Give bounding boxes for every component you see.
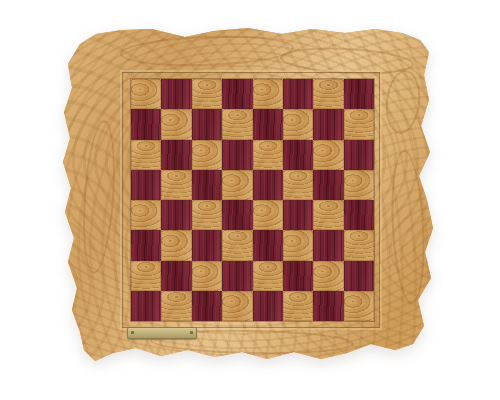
square-c6[interactable] [192, 140, 222, 170]
wood-grain-swirl [383, 68, 424, 135]
square-e4[interactable] [253, 200, 283, 230]
square-g6[interactable] [313, 140, 343, 170]
square-g3[interactable] [313, 230, 343, 260]
square-f3[interactable] [283, 230, 313, 260]
square-d7[interactable] [222, 109, 252, 139]
photo-background [0, 0, 500, 400]
square-g5[interactable] [313, 170, 343, 200]
square-e7[interactable] [253, 109, 283, 139]
square-a3[interactable] [131, 230, 161, 260]
square-e8[interactable] [253, 79, 283, 109]
square-d2[interactable] [222, 261, 252, 291]
brass-plaque [127, 327, 197, 339]
square-c5[interactable] [192, 170, 222, 200]
square-h1[interactable] [344, 291, 374, 321]
square-b7[interactable] [161, 109, 191, 139]
square-h7[interactable] [344, 109, 374, 139]
square-d6[interactable] [222, 140, 252, 170]
square-e2[interactable] [253, 261, 283, 291]
square-g2[interactable] [313, 261, 343, 291]
square-f2[interactable] [283, 261, 313, 291]
square-g8[interactable] [313, 79, 343, 109]
square-h4[interactable] [344, 200, 374, 230]
square-d1[interactable] [222, 291, 252, 321]
square-b4[interactable] [161, 200, 191, 230]
plaque-screw-icon [190, 331, 193, 334]
square-a8[interactable] [131, 79, 161, 109]
square-d3[interactable] [222, 230, 252, 260]
square-h3[interactable] [344, 230, 374, 260]
square-e1[interactable] [253, 291, 283, 321]
square-d8[interactable] [222, 79, 252, 109]
olive-wood-slab [0, 0, 500, 400]
square-g7[interactable] [313, 109, 343, 139]
square-f6[interactable] [283, 140, 313, 170]
square-b6[interactable] [161, 140, 191, 170]
square-h2[interactable] [344, 261, 374, 291]
square-d5[interactable] [222, 170, 252, 200]
square-b2[interactable] [161, 261, 191, 291]
square-a6[interactable] [131, 140, 161, 170]
board [130, 78, 375, 322]
square-a4[interactable] [131, 200, 161, 230]
board-slab-shadow [0, 0, 500, 400]
square-b1[interactable] [161, 291, 191, 321]
square-g4[interactable] [313, 200, 343, 230]
square-a2[interactable] [131, 261, 161, 291]
square-c8[interactable] [192, 79, 222, 109]
square-f8[interactable] [283, 79, 313, 109]
square-h6[interactable] [344, 140, 374, 170]
square-e5[interactable] [253, 170, 283, 200]
square-h8[interactable] [344, 79, 374, 109]
wood-grain-swirl [120, 33, 295, 69]
square-b8[interactable] [161, 79, 191, 109]
square-e3[interactable] [253, 230, 283, 260]
square-f1[interactable] [283, 291, 313, 321]
square-g1[interactable] [313, 291, 343, 321]
square-c7[interactable] [192, 109, 222, 139]
square-b5[interactable] [161, 170, 191, 200]
square-a7[interactable] [131, 109, 161, 139]
square-d4[interactable] [222, 200, 252, 230]
square-b3[interactable] [161, 230, 191, 260]
square-f4[interactable] [283, 200, 313, 230]
square-c1[interactable] [192, 291, 222, 321]
square-f7[interactable] [283, 109, 313, 139]
plaque-screw-icon [131, 331, 134, 334]
square-f5[interactable] [283, 170, 313, 200]
wood-grain-swirl [79, 119, 120, 275]
square-c2[interactable] [192, 261, 222, 291]
square-a5[interactable] [131, 170, 161, 200]
square-h5[interactable] [344, 170, 374, 200]
wood-grain-swirl [388, 149, 428, 304]
square-c3[interactable] [192, 230, 222, 260]
square-c4[interactable] [192, 200, 222, 230]
square-a1[interactable] [131, 291, 161, 321]
square-e6[interactable] [253, 140, 283, 170]
